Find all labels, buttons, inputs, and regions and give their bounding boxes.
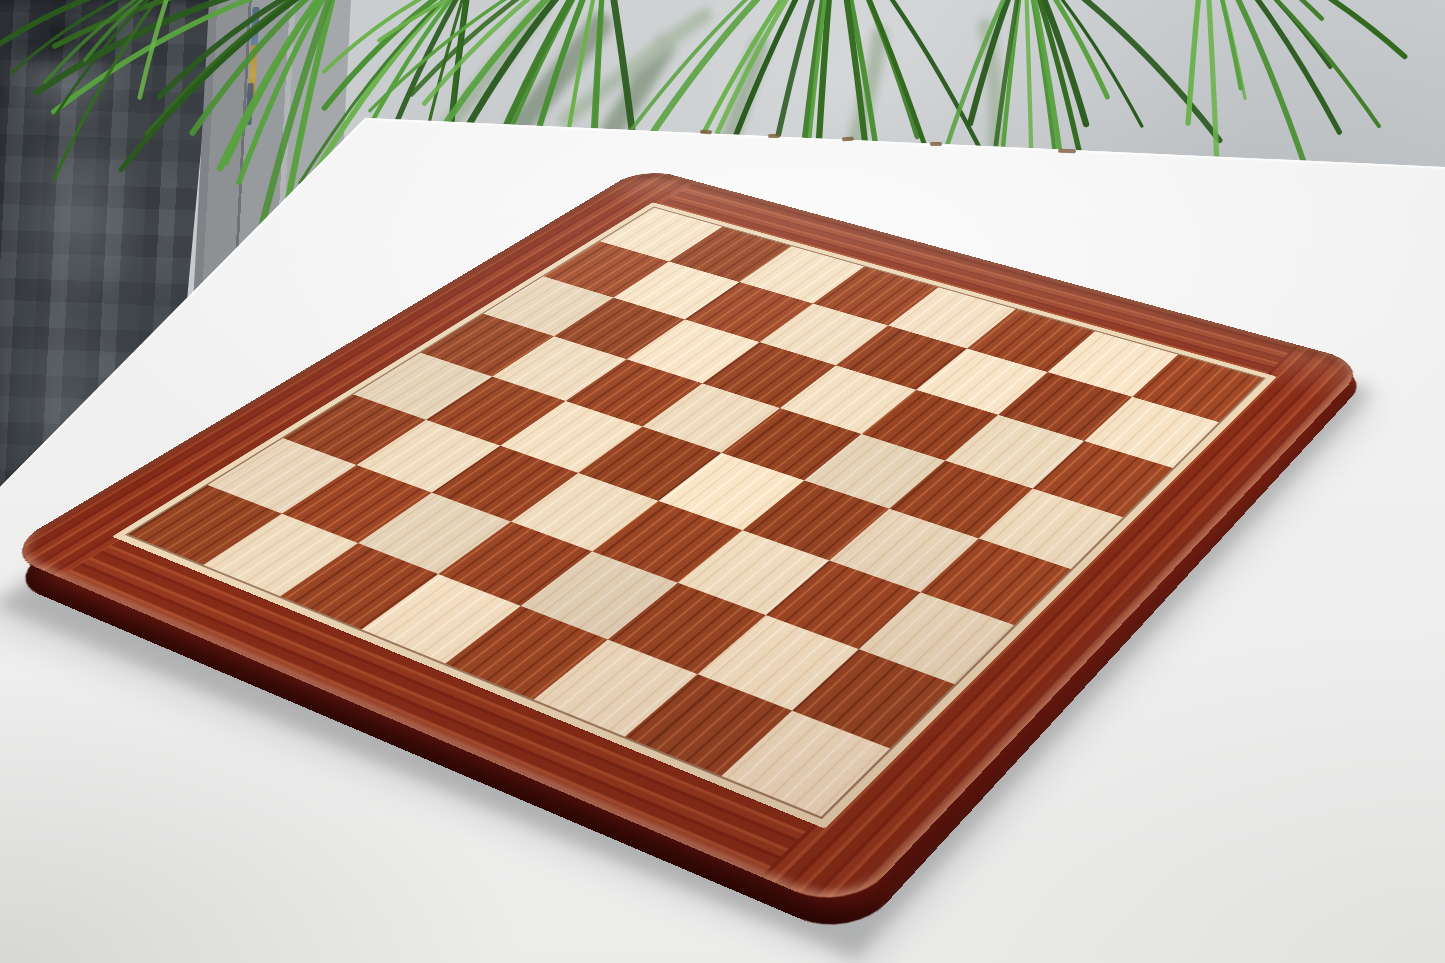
photo-scene [0, 0, 1445, 963]
